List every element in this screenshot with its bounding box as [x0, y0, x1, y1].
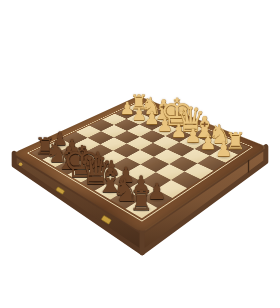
corner-marker-top: [137, 96, 139, 97]
chess-set-photo: ♜♞♟♝♟♚♟♛♟♝♟♞♟♟♜♟♟♜♟♟♞♟♝♟♚♟♛♟♝♟♞♜: [0, 0, 280, 308]
corner-marker-left: [13, 153, 16, 154]
